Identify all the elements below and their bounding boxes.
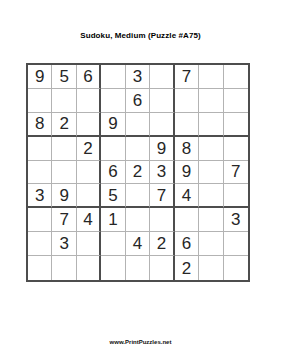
cell-r5c7: 9 (175, 161, 199, 185)
cell-r8c1 (28, 232, 52, 256)
cell-r9c7: 2 (175, 256, 199, 280)
cell-r2c5: 6 (126, 89, 150, 113)
cell-r5c6: 3 (150, 161, 174, 185)
page: Sudoku, Medium (Puzzle #A75) 95637682929… (0, 0, 281, 363)
cell-r6c6: 7 (150, 184, 174, 208)
cell-r3c3 (77, 113, 101, 137)
cell-r7c3: 4 (77, 208, 101, 232)
cell-r7c8 (199, 208, 223, 232)
cell-r6c8 (199, 184, 223, 208)
cell-r7c9: 3 (224, 208, 248, 232)
cell-r7c5 (126, 208, 150, 232)
footer-url: www.PrintPuzzles.net (0, 339, 281, 345)
cell-r5c4: 6 (101, 161, 125, 185)
cell-r9c8 (199, 256, 223, 280)
cell-r9c4 (101, 256, 125, 280)
cell-r3c4: 9 (101, 113, 125, 137)
cell-r2c6 (150, 89, 174, 113)
cell-r6c1: 3 (28, 184, 52, 208)
cell-r3c9 (224, 113, 248, 137)
cell-r8c3 (77, 232, 101, 256)
cell-r6c2: 9 (52, 184, 76, 208)
cell-r8c8 (199, 232, 223, 256)
cell-r4c3: 2 (77, 137, 101, 161)
cell-r7c2: 7 (52, 208, 76, 232)
cell-r1c5: 3 (126, 65, 150, 89)
cell-r1c2: 5 (52, 65, 76, 89)
cell-r6c7: 4 (175, 184, 199, 208)
cell-r4c2 (52, 137, 76, 161)
cell-r2c7 (175, 89, 199, 113)
cell-r9c6 (150, 256, 174, 280)
cell-r2c9 (224, 89, 248, 113)
cell-r1c3: 6 (77, 65, 101, 89)
cell-r8c7: 6 (175, 232, 199, 256)
cell-r4c5 (126, 137, 150, 161)
cell-r4c4 (101, 137, 125, 161)
cell-r1c4 (101, 65, 125, 89)
cell-r1c9 (224, 65, 248, 89)
cell-r9c9 (224, 256, 248, 280)
cell-r9c2 (52, 256, 76, 280)
cell-r2c4 (101, 89, 125, 113)
cell-r1c6 (150, 65, 174, 89)
cell-r7c1 (28, 208, 52, 232)
puzzle-title: Sudoku, Medium (Puzzle #A75) (0, 31, 281, 40)
cell-r7c4: 1 (101, 208, 125, 232)
cell-r4c1 (28, 137, 52, 161)
cell-r5c3 (77, 161, 101, 185)
cell-r6c4: 5 (101, 184, 125, 208)
cell-r3c6 (150, 113, 174, 137)
cell-r7c7 (175, 208, 199, 232)
cell-r2c1 (28, 89, 52, 113)
cell-r8c6: 2 (150, 232, 174, 256)
cell-r2c3 (77, 89, 101, 113)
cell-r9c1 (28, 256, 52, 280)
cell-r7c6 (150, 208, 174, 232)
cell-r4c6: 9 (150, 137, 174, 161)
cell-r5c2 (52, 161, 76, 185)
cell-r1c8 (199, 65, 223, 89)
cell-r6c9 (224, 184, 248, 208)
cell-r8c2: 3 (52, 232, 76, 256)
cell-r9c5 (126, 256, 150, 280)
cell-r3c8 (199, 113, 223, 137)
cell-r6c3 (77, 184, 101, 208)
cell-r8c9 (224, 232, 248, 256)
cell-r1c7: 7 (175, 65, 199, 89)
cell-r5c9: 7 (224, 161, 248, 185)
cell-r3c2: 2 (52, 113, 76, 137)
cell-r6c5 (126, 184, 150, 208)
cell-r5c8 (199, 161, 223, 185)
cell-r2c8 (199, 89, 223, 113)
cell-r2c2 (52, 89, 76, 113)
cell-r4c8 (199, 137, 223, 161)
cell-r5c1 (28, 161, 52, 185)
cell-r4c9 (224, 137, 248, 161)
cell-r3c1: 8 (28, 113, 52, 137)
cell-r8c4 (101, 232, 125, 256)
cell-r1c1: 9 (28, 65, 52, 89)
cell-r5c5: 2 (126, 161, 150, 185)
cell-r9c3 (77, 256, 101, 280)
cell-r4c7: 8 (175, 137, 199, 161)
cell-r3c5 (126, 113, 150, 137)
cell-r8c5: 4 (126, 232, 150, 256)
sudoku-grid: 9563768292986239739574741334262 (26, 63, 250, 282)
cell-r3c7 (175, 113, 199, 137)
